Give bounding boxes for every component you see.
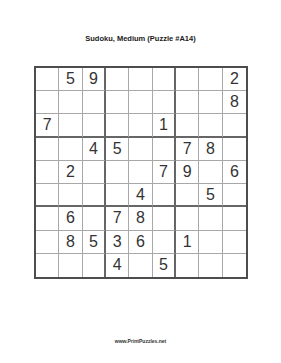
cell-r3c7[interactable] — [176, 114, 199, 137]
cell-r9c5[interactable] — [129, 254, 152, 277]
cell-r9c3[interactable] — [83, 254, 106, 277]
cell-r7c7[interactable] — [176, 207, 199, 230]
cell-r1c2[interactable]: 5 — [59, 68, 82, 91]
cell-r7c2[interactable]: 6 — [59, 207, 82, 230]
cell-r4c3[interactable]: 4 — [83, 138, 106, 161]
cell-r7c5[interactable]: 8 — [129, 207, 152, 230]
cell-r1c3[interactable]: 9 — [83, 68, 106, 91]
cell-r6c5[interactable]: 4 — [129, 184, 152, 207]
cell-r8c9[interactable] — [223, 231, 246, 254]
cell-r8c7[interactable]: 1 — [176, 231, 199, 254]
cell-r1c8[interactable] — [199, 68, 222, 91]
cell-r8c4[interactable]: 3 — [106, 231, 129, 254]
cell-r9c2[interactable] — [59, 254, 82, 277]
cell-r8c8[interactable] — [199, 231, 222, 254]
cell-r8c2[interactable]: 8 — [59, 231, 82, 254]
cell-r2c6[interactable] — [153, 91, 176, 114]
cell-r7c3[interactable] — [83, 207, 106, 230]
cell-r1c5[interactable] — [129, 68, 152, 91]
cell-r4c4[interactable]: 5 — [106, 138, 129, 161]
cell-r1c9[interactable]: 2 — [223, 68, 246, 91]
cell-r6c3[interactable] — [83, 184, 106, 207]
cell-r9c4[interactable]: 4 — [106, 254, 129, 277]
cell-r6c7[interactable] — [176, 184, 199, 207]
cell-r3c5[interactable] — [129, 114, 152, 137]
cell-r3c1[interactable]: 7 — [36, 114, 59, 137]
cell-r4c2[interactable] — [59, 138, 82, 161]
cell-r7c1[interactable] — [36, 207, 59, 230]
cell-r7c6[interactable] — [153, 207, 176, 230]
cell-r3c2[interactable] — [59, 114, 82, 137]
cell-r2c1[interactable] — [36, 91, 59, 114]
cell-r9c7[interactable] — [176, 254, 199, 277]
cell-r1c1[interactable] — [36, 68, 59, 91]
cell-r5c7[interactable]: 9 — [176, 161, 199, 184]
puzzle-title: Sudoku, Medium (Puzzle #A14) — [0, 34, 281, 43]
cell-r7c8[interactable] — [199, 207, 222, 230]
cell-r6c2[interactable] — [59, 184, 82, 207]
cell-r8c6[interactable] — [153, 231, 176, 254]
cell-r3c4[interactable] — [106, 114, 129, 137]
cell-r4c6[interactable] — [153, 138, 176, 161]
cell-r2c2[interactable] — [59, 91, 82, 114]
cell-r2c9[interactable]: 8 — [223, 91, 246, 114]
cell-r5c3[interactable] — [83, 161, 106, 184]
cell-r4c5[interactable] — [129, 138, 152, 161]
cell-r4c8[interactable]: 8 — [199, 138, 222, 161]
cell-r5c6[interactable]: 7 — [153, 161, 176, 184]
cell-r7c4[interactable]: 7 — [106, 207, 129, 230]
cell-r3c3[interactable] — [83, 114, 106, 137]
cell-r8c5[interactable]: 6 — [129, 231, 152, 254]
cell-r2c8[interactable] — [199, 91, 222, 114]
cell-r5c1[interactable] — [36, 161, 59, 184]
cell-r9c1[interactable] — [36, 254, 59, 277]
cell-r6c6[interactable] — [153, 184, 176, 207]
cell-r2c3[interactable] — [83, 91, 106, 114]
cell-r3c9[interactable] — [223, 114, 246, 137]
sudoku-board: 59287145782796456788536145 — [34, 66, 248, 279]
cell-r1c7[interactable] — [176, 68, 199, 91]
cell-r6c1[interactable] — [36, 184, 59, 207]
cell-r8c3[interactable]: 5 — [83, 231, 106, 254]
cell-r6c8[interactable]: 5 — [199, 184, 222, 207]
cell-r5c9[interactable]: 6 — [223, 161, 246, 184]
cell-r3c8[interactable] — [199, 114, 222, 137]
cell-r4c9[interactable] — [223, 138, 246, 161]
cell-r4c7[interactable]: 7 — [176, 138, 199, 161]
cell-r9c8[interactable] — [199, 254, 222, 277]
cell-r2c7[interactable] — [176, 91, 199, 114]
cell-r7c9[interactable] — [223, 207, 246, 230]
cell-r3c6[interactable]: 1 — [153, 114, 176, 137]
cell-r1c4[interactable] — [106, 68, 129, 91]
cell-r9c9[interactable] — [223, 254, 246, 277]
cell-r5c2[interactable]: 2 — [59, 161, 82, 184]
footer-url: www.PrintPuzzles.net — [0, 338, 281, 344]
cell-r5c8[interactable] — [199, 161, 222, 184]
cell-r2c5[interactable] — [129, 91, 152, 114]
cell-r6c4[interactable] — [106, 184, 129, 207]
cell-r2c4[interactable] — [106, 91, 129, 114]
cell-r4c1[interactable] — [36, 138, 59, 161]
cell-r6c9[interactable] — [223, 184, 246, 207]
cell-r5c5[interactable] — [129, 161, 152, 184]
cell-r8c1[interactable] — [36, 231, 59, 254]
cell-r1c6[interactable] — [153, 68, 176, 91]
cell-r9c6[interactable]: 5 — [153, 254, 176, 277]
cell-r5c4[interactable] — [106, 161, 129, 184]
